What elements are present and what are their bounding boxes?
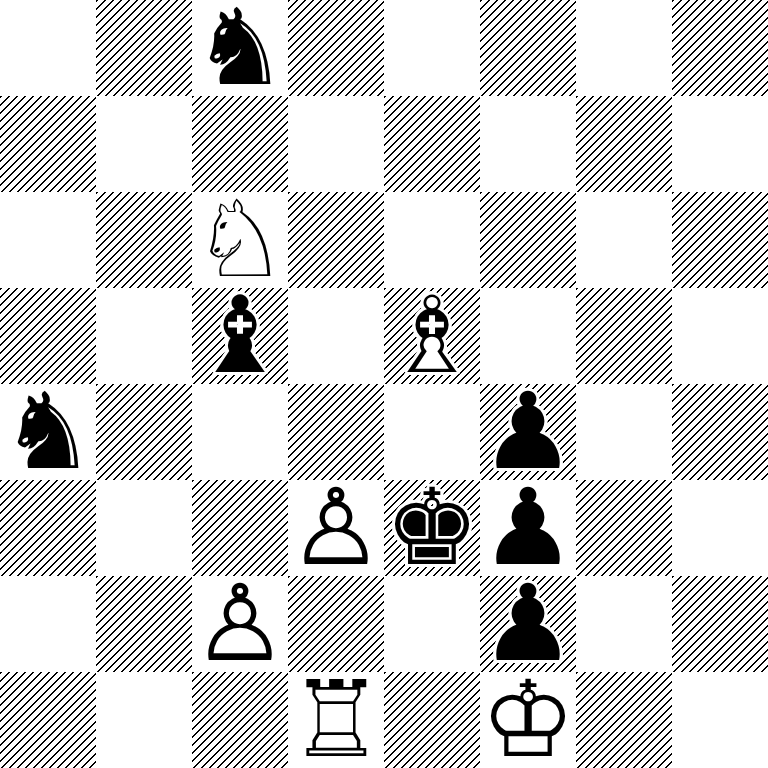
square-c4[interactable] <box>192 384 288 480</box>
piece-white-bishop[interactable]: ♝♗ <box>384 288 480 384</box>
square-a6[interactable] <box>0 192 96 288</box>
square-f8[interactable] <box>480 0 576 96</box>
piece-white-knight[interactable]: ♞♘ <box>192 192 288 288</box>
square-g7[interactable] <box>576 96 672 192</box>
square-h7[interactable] <box>672 96 768 192</box>
square-h8[interactable] <box>672 0 768 96</box>
black-pawn-icon: ♟ <box>480 384 576 480</box>
square-b7[interactable] <box>96 96 192 192</box>
square-e4[interactable] <box>384 384 480 480</box>
piece-white-king[interactable]: ♚♔ <box>480 672 576 768</box>
square-b2[interactable] <box>96 576 192 672</box>
square-e7[interactable] <box>384 96 480 192</box>
black-king-icon: ♚ <box>384 480 480 576</box>
square-g6[interactable] <box>576 192 672 288</box>
square-d8[interactable] <box>288 0 384 96</box>
piece-black-knight[interactable]: ♞♞ <box>192 0 288 96</box>
white-rook-icon: ♖ <box>288 672 384 768</box>
white-knight-icon: ♘ <box>192 192 288 288</box>
square-f7[interactable] <box>480 96 576 192</box>
square-a1[interactable] <box>0 672 96 768</box>
piece-black-bishop[interactable]: ♝♝ <box>192 288 288 384</box>
piece-black-king[interactable]: ♚♚ <box>384 480 480 576</box>
square-g3[interactable] <box>576 480 672 576</box>
square-a4[interactable]: ♞♞ <box>0 384 96 480</box>
black-knight-icon: ♞ <box>192 0 288 96</box>
square-h2[interactable] <box>672 576 768 672</box>
white-pawn-icon: ♙ <box>192 576 288 672</box>
square-d5[interactable] <box>288 288 384 384</box>
square-b1[interactable] <box>96 672 192 768</box>
piece-black-pawn[interactable]: ♟♟ <box>480 576 576 672</box>
square-f4[interactable]: ♟♟ <box>480 384 576 480</box>
square-b6[interactable] <box>96 192 192 288</box>
chess-board: ♞♞♞♘♝♝♝♗♞♞♟♟♟♙♚♚♟♟♟♙♟♟♜♖♚♔ <box>0 0 768 768</box>
square-f5[interactable] <box>480 288 576 384</box>
square-e8[interactable] <box>384 0 480 96</box>
square-a8[interactable] <box>0 0 96 96</box>
square-f6[interactable] <box>480 192 576 288</box>
square-c8[interactable]: ♞♞ <box>192 0 288 96</box>
square-e3[interactable]: ♚♚ <box>384 480 480 576</box>
square-d2[interactable] <box>288 576 384 672</box>
square-a5[interactable] <box>0 288 96 384</box>
white-pawn-icon: ♙ <box>288 480 384 576</box>
square-b5[interactable] <box>96 288 192 384</box>
square-f2[interactable]: ♟♟ <box>480 576 576 672</box>
piece-white-rook[interactable]: ♜♖ <box>288 672 384 768</box>
square-e1[interactable] <box>384 672 480 768</box>
black-bishop-icon: ♝ <box>192 288 288 384</box>
black-pawn-icon: ♟ <box>480 480 576 576</box>
square-d3[interactable]: ♟♙ <box>288 480 384 576</box>
square-h1[interactable] <box>672 672 768 768</box>
square-b8[interactable] <box>96 0 192 96</box>
square-d6[interactable] <box>288 192 384 288</box>
piece-black-pawn[interactable]: ♟♟ <box>480 384 576 480</box>
square-e2[interactable] <box>384 576 480 672</box>
black-knight-icon: ♞ <box>0 384 96 480</box>
square-b4[interactable] <box>96 384 192 480</box>
square-h3[interactable] <box>672 480 768 576</box>
square-d1[interactable]: ♜♖ <box>288 672 384 768</box>
square-b3[interactable] <box>96 480 192 576</box>
square-e6[interactable] <box>384 192 480 288</box>
square-h4[interactable] <box>672 384 768 480</box>
square-a2[interactable] <box>0 576 96 672</box>
square-g1[interactable] <box>576 672 672 768</box>
square-c5[interactable]: ♝♝ <box>192 288 288 384</box>
white-king-icon: ♔ <box>480 672 576 768</box>
piece-black-pawn[interactable]: ♟♟ <box>480 480 576 576</box>
square-h5[interactable] <box>672 288 768 384</box>
square-g8[interactable] <box>576 0 672 96</box>
square-f3[interactable]: ♟♟ <box>480 480 576 576</box>
square-f1[interactable]: ♚♔ <box>480 672 576 768</box>
piece-white-pawn[interactable]: ♟♙ <box>192 576 288 672</box>
white-bishop-icon: ♗ <box>384 288 480 384</box>
square-g5[interactable] <box>576 288 672 384</box>
square-a7[interactable] <box>0 96 96 192</box>
square-c6[interactable]: ♞♘ <box>192 192 288 288</box>
square-c2[interactable]: ♟♙ <box>192 576 288 672</box>
square-d7[interactable] <box>288 96 384 192</box>
square-a3[interactable] <box>0 480 96 576</box>
square-g4[interactable] <box>576 384 672 480</box>
square-c7[interactable] <box>192 96 288 192</box>
square-g2[interactable] <box>576 576 672 672</box>
black-pawn-icon: ♟ <box>480 576 576 672</box>
square-d4[interactable] <box>288 384 384 480</box>
piece-black-knight[interactable]: ♞♞ <box>0 384 96 480</box>
square-e5[interactable]: ♝♗ <box>384 288 480 384</box>
piece-white-pawn[interactable]: ♟♙ <box>288 480 384 576</box>
square-h6[interactable] <box>672 192 768 288</box>
square-c1[interactable] <box>192 672 288 768</box>
square-c3[interactable] <box>192 480 288 576</box>
